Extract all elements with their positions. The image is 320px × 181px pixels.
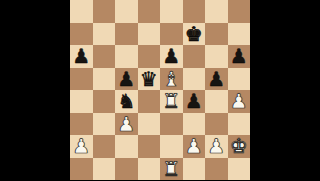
square-e6[interactable]: ♟ <box>160 45 183 68</box>
square-c7[interactable] <box>115 23 138 46</box>
square-e2[interactable] <box>160 135 183 158</box>
square-b6[interactable] <box>93 45 116 68</box>
square-c6[interactable] <box>115 45 138 68</box>
square-d3[interactable] <box>138 113 161 136</box>
square-a4[interactable] <box>70 90 93 113</box>
square-c1[interactable] <box>115 158 138 181</box>
piece-white-pawn: ♟ <box>207 135 225 157</box>
square-f3[interactable] <box>183 113 206 136</box>
square-h2[interactable]: ♚ <box>228 135 251 158</box>
square-h1[interactable] <box>228 158 251 181</box>
chessboard: ♚♟♟♟♟♛♝♟♞♜♟♟♟♟♟♟♚♜ <box>70 0 250 180</box>
square-f5[interactable] <box>183 68 206 91</box>
piece-white-pawn: ♟ <box>72 135 90 157</box>
square-e7[interactable] <box>160 23 183 46</box>
piece-white-pawn: ♟ <box>185 135 203 157</box>
square-h4[interactable]: ♟ <box>228 90 251 113</box>
square-g4[interactable] <box>205 90 228 113</box>
piece-black-pawn: ♟ <box>207 68 225 90</box>
square-d6[interactable] <box>138 45 161 68</box>
square-b3[interactable] <box>93 113 116 136</box>
square-f1[interactable] <box>183 158 206 181</box>
square-f7[interactable]: ♚ <box>183 23 206 46</box>
piece-white-pawn: ♟ <box>230 90 248 112</box>
square-f6[interactable] <box>183 45 206 68</box>
piece-black-pawn: ♟ <box>72 45 90 67</box>
piece-black-pawn: ♟ <box>117 68 135 90</box>
square-h8[interactable] <box>228 0 251 23</box>
square-g7[interactable] <box>205 23 228 46</box>
square-a2[interactable]: ♟ <box>70 135 93 158</box>
square-c5[interactable]: ♟ <box>115 68 138 91</box>
square-h7[interactable] <box>228 23 251 46</box>
piece-black-knight: ♞ <box>117 90 135 112</box>
letterbox-left <box>0 0 70 180</box>
square-e4[interactable]: ♜ <box>160 90 183 113</box>
square-c8[interactable] <box>115 0 138 23</box>
square-b5[interactable] <box>93 68 116 91</box>
square-f8[interactable] <box>183 0 206 23</box>
letterbox-right <box>250 0 320 180</box>
square-b8[interactable] <box>93 0 116 23</box>
square-a8[interactable] <box>70 0 93 23</box>
piece-black-king: ♚ <box>185 23 203 45</box>
square-g6[interactable] <box>205 45 228 68</box>
square-h5[interactable] <box>228 68 251 91</box>
piece-black-pawn: ♟ <box>162 45 180 67</box>
square-b4[interactable] <box>93 90 116 113</box>
square-b2[interactable] <box>93 135 116 158</box>
square-a6[interactable]: ♟ <box>70 45 93 68</box>
square-d8[interactable] <box>138 0 161 23</box>
square-e8[interactable] <box>160 0 183 23</box>
square-a1[interactable] <box>70 158 93 181</box>
square-d1[interactable] <box>138 158 161 181</box>
piece-white-pawn: ♟ <box>117 113 135 135</box>
square-e5[interactable]: ♝ <box>160 68 183 91</box>
piece-black-pawn: ♟ <box>230 45 248 67</box>
square-a5[interactable] <box>70 68 93 91</box>
square-d4[interactable] <box>138 90 161 113</box>
piece-white-rook: ♜ <box>162 90 180 112</box>
piece-white-king: ♚ <box>230 135 248 157</box>
square-f2[interactable]: ♟ <box>183 135 206 158</box>
square-d5[interactable]: ♛ <box>138 68 161 91</box>
piece-black-pawn: ♟ <box>185 90 203 112</box>
square-g5[interactable]: ♟ <box>205 68 228 91</box>
square-g8[interactable] <box>205 0 228 23</box>
square-c4[interactable]: ♞ <box>115 90 138 113</box>
square-h3[interactable] <box>228 113 251 136</box>
piece-black-queen: ♛ <box>140 68 158 90</box>
square-g3[interactable] <box>205 113 228 136</box>
square-c3[interactable]: ♟ <box>115 113 138 136</box>
square-b7[interactable] <box>93 23 116 46</box>
piece-white-bishop: ♝ <box>162 68 180 90</box>
square-g1[interactable] <box>205 158 228 181</box>
piece-white-rook: ♜ <box>162 158 180 180</box>
square-e1[interactable]: ♜ <box>160 158 183 181</box>
square-a7[interactable] <box>70 23 93 46</box>
square-e3[interactable] <box>160 113 183 136</box>
square-d7[interactable] <box>138 23 161 46</box>
square-a3[interactable] <box>70 113 93 136</box>
square-g2[interactable]: ♟ <box>205 135 228 158</box>
square-f4[interactable]: ♟ <box>183 90 206 113</box>
square-h6[interactable]: ♟ <box>228 45 251 68</box>
square-d2[interactable] <box>138 135 161 158</box>
video-frame: ♚♟♟♟♟♛♝♟♞♜♟♟♟♟♟♟♚♜ <box>0 0 320 180</box>
square-c2[interactable] <box>115 135 138 158</box>
square-b1[interactable] <box>93 158 116 181</box>
